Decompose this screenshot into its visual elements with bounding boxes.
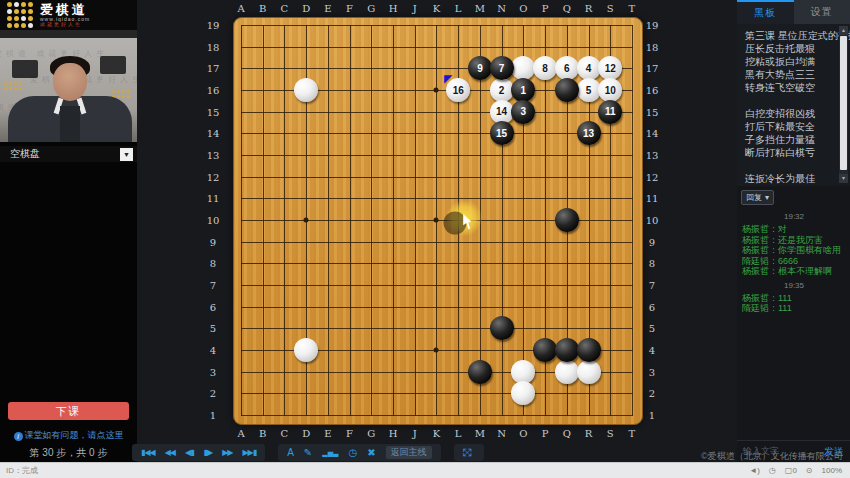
coord-row-label: 11	[207, 193, 220, 204]
chat-bubble-icon[interactable]: ▢0	[785, 467, 797, 475]
coord-column-label: C	[281, 428, 289, 439]
delete-tool-button[interactable]: ✖	[367, 448, 375, 458]
coord-column-label: L	[455, 428, 462, 439]
coord-column-label: K	[433, 428, 440, 439]
black-stone-Q16	[555, 78, 579, 102]
fullscreen-group: ⤢⤡	[454, 444, 484, 461]
chat-message: 隋廷韬：6666	[742, 256, 846, 267]
logo-dot	[7, 9, 12, 14]
left-sidebar: 爱棋道 www.iqidao.com 成就更好人生 爱棋道 成就更好人生 爱棋道…	[0, 0, 137, 462]
black-stone-Q4	[555, 338, 579, 362]
lesson-note-line: 子多挡住力量猛	[745, 133, 835, 146]
chat-timestamp: 19:35	[742, 281, 846, 290]
coord-column-label: R	[585, 3, 593, 14]
white-stone-P17: 8	[533, 56, 557, 80]
coord-row-label: 14	[207, 128, 220, 139]
coord-column-label: G	[367, 428, 375, 439]
black-stone-P4	[533, 338, 557, 362]
coord-column-label: T	[629, 3, 636, 14]
scrollbar[interactable]: ▴ ▾	[839, 26, 848, 183]
coord-column-label: E	[324, 428, 331, 439]
coord-column-label: E	[324, 3, 331, 14]
lesson-note-line: 连扳冷长为最佳	[745, 172, 835, 185]
logo-dot	[7, 23, 12, 28]
chat-filter-dropdown[interactable]: 回复 ▾	[741, 190, 774, 205]
end-class-button[interactable]: 下课	[8, 402, 129, 420]
coord-column-label: T	[629, 428, 636, 439]
coord-row-label: 19	[646, 20, 659, 31]
chat-filter-label: 回复	[746, 192, 762, 203]
clock-icon: ◷	[769, 467, 776, 475]
coord-column-label: M	[475, 428, 485, 439]
white-stone-Q17: 6	[555, 56, 579, 80]
fast-forward-button[interactable]: ▶▶	[222, 449, 232, 457]
white-stone-O3	[511, 360, 535, 384]
board-area: AABBCCDDEEFFGGHHJJKKLLMMNNOOPPQQRRSSTT19…	[137, 0, 737, 462]
logo-dot	[28, 23, 33, 28]
coord-row-label: 16	[207, 85, 220, 96]
board-select-dropdown[interactable]: 空棋盘 ▼	[0, 146, 137, 162]
coord-column-label: R	[585, 428, 593, 439]
lesson-note-line: 黑有大势点三三	[745, 68, 835, 81]
coord-row-label: 8	[649, 258, 655, 269]
black-stone-Q10	[555, 208, 579, 232]
logo-dot	[28, 2, 33, 7]
black-stone-M3	[468, 360, 492, 384]
coord-row-label: 15	[646, 106, 659, 117]
white-stone-N16: 2	[490, 78, 514, 102]
star-point	[434, 348, 439, 353]
lesson-note-line: 挖粘或扳白均满	[745, 55, 835, 68]
logo-slogan: 成就更好人生	[40, 22, 90, 27]
scrollbar-thumb[interactable]	[840, 36, 847, 170]
coord-row-label: 1	[210, 410, 216, 421]
coord-row-label: 19	[207, 20, 220, 31]
white-stone-N15: 14	[490, 100, 514, 124]
coord-column-label: P	[542, 428, 549, 439]
speaker-icon[interactable]: ◄)	[749, 467, 760, 475]
coord-row-label: 7	[210, 280, 216, 291]
star-point	[304, 218, 309, 223]
coord-row-label: 18	[207, 41, 220, 52]
scroll-up-icon[interactable]: ▴	[839, 26, 848, 35]
instructor-head	[53, 63, 87, 101]
chat-message: 杨振哲：111	[742, 293, 846, 304]
coord-row-label: 12	[207, 171, 220, 182]
lesson-note-line: 黑棋整面全破花	[745, 185, 835, 186]
coord-row-label: 4	[649, 345, 655, 356]
help-link[interactable]: i课堂如有问题，请点这里	[0, 429, 137, 442]
scroll-down-icon[interactable]: ▾	[839, 174, 848, 183]
black-stone-R4	[577, 338, 601, 362]
logo-dot	[14, 2, 19, 7]
coord-column-label: F	[346, 3, 353, 14]
lesson-note-line: 第三课 星位压定式的变招	[745, 29, 835, 42]
logo-title: 爱棋道	[40, 3, 90, 17]
text-label-tool-button[interactable]: A	[287, 448, 294, 458]
last-move-marker: ◤	[444, 74, 452, 84]
coord-row-label: 5	[210, 323, 216, 334]
white-stone-Q3	[555, 360, 579, 384]
black-stone-O15: 3	[511, 100, 535, 124]
white-stone-R16: 5	[577, 78, 601, 102]
star-point	[434, 218, 439, 223]
coord-column-label: A	[237, 3, 244, 14]
lesson-note-line: 打后下粘最安全	[745, 120, 835, 133]
coord-row-label: 9	[210, 236, 216, 247]
coord-row-label: 6	[649, 301, 655, 312]
black-stone-R14: 13	[577, 121, 601, 145]
chat-message: 杨振哲：还是我厉害	[742, 235, 846, 246]
go-teaching-app: 爱棋道 www.iqidao.com 成就更好人生 爱棋道 成就更好人生 爱棋道…	[0, 0, 850, 478]
logo-dots-icon	[7, 2, 34, 29]
coord-column-label: B	[259, 3, 266, 14]
logo-dot	[28, 16, 33, 21]
coord-row-label: 10	[646, 215, 659, 226]
coord-row-label: 12	[646, 171, 659, 182]
annotation-tools: A✎▂▅▃◷✖返回主线	[278, 444, 440, 461]
logo-dot	[21, 2, 26, 7]
backdrop-logo-patch	[100, 56, 126, 74]
coord-row-label: 17	[207, 63, 220, 74]
skip-to-end-button[interactable]: ▶▶▮	[242, 449, 256, 457]
chat-list: 19:32杨振哲：对杨振哲：还是我厉害杨振哲：你学围棋有啥用隋廷韬：6666杨振…	[737, 205, 850, 314]
return-main-line-button[interactable]: 返回主线	[386, 446, 432, 459]
step-backward-button[interactable]: ◀▮	[185, 449, 194, 457]
coord-row-label: 15	[207, 106, 220, 117]
info-icon: i	[14, 432, 23, 441]
step-forward-button[interactable]: ▮▶	[204, 449, 213, 457]
black-stone-N5	[490, 316, 514, 340]
coord-row-label: 8	[210, 258, 216, 269]
coord-row-label: 7	[649, 280, 655, 291]
move-counter: 第 30 步，共 0 步	[0, 446, 137, 460]
zoom-level: 100%	[822, 466, 842, 475]
coord-row-label: 4	[210, 345, 216, 356]
status-bar: ID：完成 ◄) ◷ ▢0 ⊙ 100%	[0, 462, 850, 478]
board-select-label: 空棋盘	[10, 147, 40, 161]
lesson-note-line: 白挖变招很凶残	[745, 107, 835, 120]
fullscreen-icon[interactable]: ⤢⤡	[463, 447, 475, 459]
chat-message: 杨振哲：根本不理解啊	[742, 266, 846, 277]
logo-dot	[14, 16, 19, 21]
timer-tool-button[interactable]: ◷	[348, 448, 357, 458]
white-stone-L16: 16◤	[446, 78, 470, 102]
coord-row-label: 9	[649, 236, 655, 247]
coord-row-label: 13	[207, 150, 220, 161]
logo-dot	[14, 9, 19, 14]
logo-dot	[28, 9, 33, 14]
coord-row-label: 6	[210, 301, 216, 312]
coord-column-label: H	[389, 3, 398, 14]
chat-message: 杨振哲：对	[742, 224, 846, 235]
coord-row-label: 3	[210, 366, 216, 377]
coord-row-label: 17	[646, 63, 659, 74]
black-stone-N17: 7	[490, 56, 514, 80]
coord-row-label: 10	[207, 215, 220, 226]
coord-column-label: J	[413, 428, 417, 439]
zoom-icon[interactable]: ⊙	[806, 467, 813, 475]
coord-column-label: N	[497, 428, 506, 439]
coord-row-label: 16	[646, 85, 659, 96]
chat-timestamp: 19:32	[742, 212, 846, 221]
skip-to-start-button[interactable]: ▮◀◀	[141, 449, 155, 457]
lesson-note-line: 压长反击托最狠	[745, 42, 835, 55]
coord-column-label: N	[497, 3, 506, 14]
pen-tool-button[interactable]: ✎	[304, 448, 312, 458]
logo-dot	[14, 23, 19, 28]
dropdown-caret-icon[interactable]: ▼	[120, 148, 133, 161]
blackboard-notes: 第三课 星位压定式的变招压长反击托最狠挖粘或扳白均满黑有大势点三三转身连飞空破空…	[737, 24, 850, 186]
coord-column-label: S	[607, 3, 614, 14]
white-stone-R3	[577, 360, 601, 384]
logo-dot	[21, 23, 26, 28]
white-stone-S16: 10	[598, 78, 622, 102]
tab-设置[interactable]: 设置	[794, 0, 850, 24]
coord-column-label: Q	[563, 428, 571, 439]
backdrop-dots	[4, 82, 23, 91]
coord-column-label: C	[281, 3, 289, 14]
coord-row-label: 5	[649, 323, 655, 334]
black-stone-S15: 11	[598, 100, 622, 124]
white-stone-O2	[511, 381, 535, 405]
copyright-watermark: ©爱棋道（北京）文化传播有限公司	[701, 450, 843, 463]
video-backdrop-text: 爱棋道 成就更好人生	[0, 48, 108, 59]
white-stone-D4	[294, 338, 318, 362]
fast-backward-button[interactable]: ◀◀	[165, 449, 175, 457]
logo-dot	[21, 16, 26, 21]
logo-bar: 爱棋道 www.iqidao.com 成就更好人生	[0, 0, 137, 30]
black-stone-N14: 15	[490, 121, 514, 145]
white-stone-R17: 4	[577, 56, 601, 80]
black-stone-M17: 9	[468, 56, 492, 80]
instructor-vest	[60, 106, 80, 142]
coord-row-label: 3	[649, 366, 655, 377]
chat-message: 杨振哲：你学围棋有啥用	[742, 245, 846, 256]
black-stone-O16: 1	[511, 78, 535, 102]
backdrop-logo-patch	[12, 60, 38, 78]
coord-column-label: L	[455, 3, 462, 14]
status-left-text: ID：完成	[6, 465, 38, 476]
coord-column-label: O	[519, 3, 527, 14]
coord-row-label: 11	[646, 193, 659, 204]
coord-column-label: B	[259, 428, 266, 439]
coord-row-label: 2	[210, 388, 216, 399]
instructor-video: 爱棋道 成就更好人生 爱棋道 成就更好人生 爱棋道 成就更好人生	[0, 30, 137, 142]
lesson-note-line: 断后打粘白棋亏	[745, 146, 835, 159]
coord-column-label: F	[346, 428, 353, 439]
logo-dot	[7, 16, 12, 21]
coord-column-label: P	[542, 3, 549, 14]
tab-黑板[interactable]: 黑板	[737, 0, 794, 24]
logo-dot	[7, 2, 12, 7]
coord-column-label: G	[367, 3, 375, 14]
coord-column-label: O	[519, 428, 527, 439]
lesson-note-line	[745, 94, 835, 107]
white-stone-D16	[294, 78, 318, 102]
coord-column-label: D	[302, 428, 310, 439]
coord-column-label: S	[607, 428, 614, 439]
coord-row-label: 13	[646, 150, 659, 161]
coord-column-label: M	[475, 3, 485, 14]
chevron-down-icon: ▾	[765, 193, 769, 202]
right-panel: 黑板设置 第三课 星位压定式的变招压长反击托最狠挖粘或扳白均满黑有大势点三三转身…	[737, 0, 850, 462]
playback-controls: ▮◀◀◀◀◀▮▮▶▶▶▶▶▮	[132, 444, 265, 461]
logo-dot	[21, 9, 26, 14]
star-point	[434, 88, 439, 93]
coord-row-label: 18	[646, 41, 659, 52]
lesson-note-line	[745, 159, 835, 172]
panel-tabs: 黑板设置	[737, 0, 850, 24]
bottom-toolbar: ▮◀◀◀◀◀▮▮▶▶▶▶▶▮ A✎▂▅▃◷✖返回主线 ⤢⤡	[132, 443, 732, 462]
coord-column-label: J	[413, 3, 417, 14]
white-stone-O17	[511, 56, 535, 80]
coord-row-label: 1	[649, 410, 655, 421]
white-stone-S17: 12	[598, 56, 622, 80]
chat-message: 隋廷韬：111	[742, 303, 846, 314]
coord-column-label: K	[433, 3, 440, 14]
coord-column-label: H	[389, 428, 398, 439]
coord-column-label: Q	[563, 3, 571, 14]
coord-column-label: D	[302, 3, 310, 14]
chart-tool-button[interactable]: ▂▅▃	[322, 449, 338, 456]
coord-row-label: 14	[646, 128, 659, 139]
lesson-note-line: 转身连飞空破空	[745, 81, 835, 94]
coord-column-label: A	[237, 428, 244, 439]
coord-row-label: 2	[649, 388, 655, 399]
